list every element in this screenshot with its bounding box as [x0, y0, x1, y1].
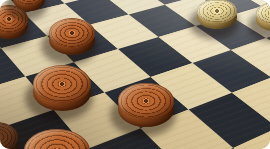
piece-grooved-top: [24, 129, 90, 149]
checker-piece-cream-1: [197, 0, 237, 23]
checker-piece-cream-2: [256, 2, 270, 24]
piece-grooved-top: [49, 18, 95, 48]
checker-piece-brown-2: [13, 0, 45, 5]
checker-piece-brown-6: [24, 129, 90, 149]
checker-piece-brown-5: [118, 83, 174, 119]
piece-grooved-top: [33, 65, 91, 103]
piece-grooved-top: [118, 83, 174, 119]
piece-grooved-top: [197, 0, 237, 23]
checker-piece-brown-7: [0, 122, 18, 149]
checker-piece-brown-4: [33, 65, 91, 103]
checker-piece-brown-3: [49, 18, 95, 48]
checkers-photo: [0, 0, 270, 149]
